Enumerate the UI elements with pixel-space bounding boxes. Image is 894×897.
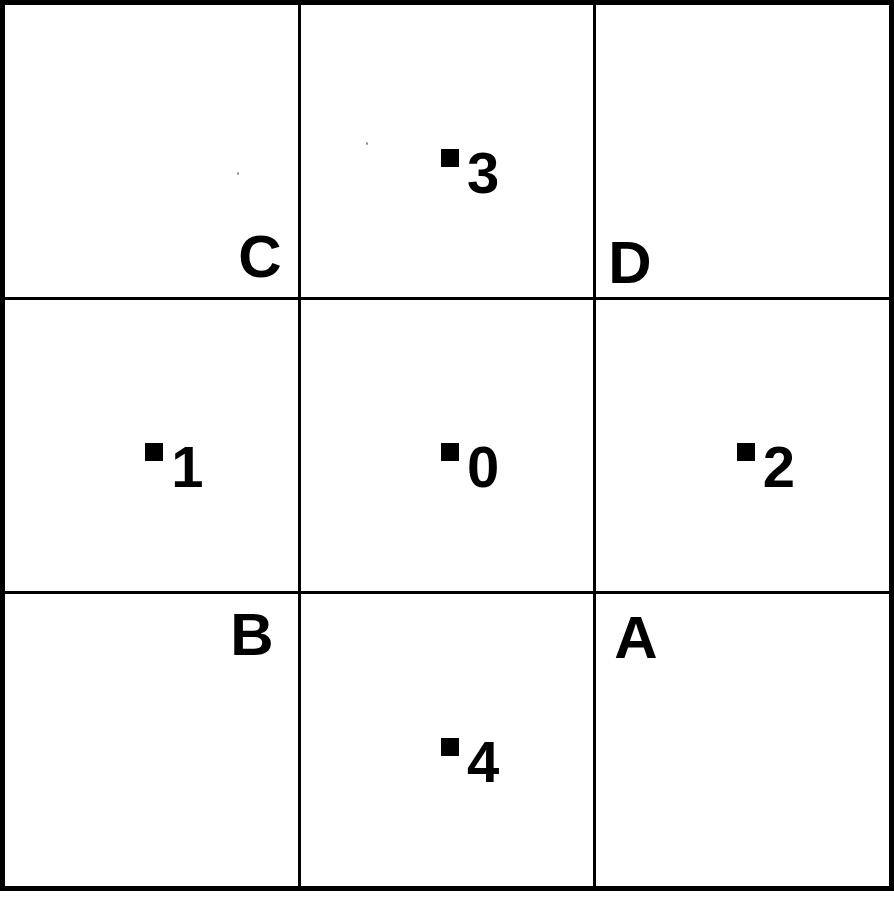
cell-r2c0[interactable]: B bbox=[5, 594, 298, 886]
corner-label-a: A bbox=[614, 608, 657, 668]
point-square-icon bbox=[737, 443, 755, 461]
cell-r1c0[interactable]: 1 bbox=[5, 300, 298, 592]
cell-r1c1[interactable]: 0 bbox=[301, 300, 594, 592]
point-marker-4: 4 bbox=[441, 738, 499, 791]
point-marker-3: 3 bbox=[441, 149, 499, 202]
point-number: 1 bbox=[171, 438, 203, 496]
point-square-icon bbox=[145, 443, 163, 461]
cell-r2c2[interactable]: A bbox=[596, 594, 889, 886]
grid-board: C 3 D 1 0 2 B 4 bbox=[0, 0, 894, 891]
speck-dot bbox=[366, 142, 368, 145]
point-square-icon bbox=[441, 443, 459, 461]
corner-label-c: C bbox=[238, 227, 281, 287]
cell-r0c0[interactable]: C bbox=[5, 5, 298, 297]
speck-dot bbox=[237, 172, 239, 175]
point-number: 3 bbox=[467, 144, 499, 202]
point-marker-2: 2 bbox=[737, 443, 795, 496]
point-number: 4 bbox=[467, 733, 499, 791]
cell-r2c1[interactable]: 4 bbox=[301, 594, 594, 886]
point-number: 2 bbox=[763, 438, 795, 496]
point-square-icon bbox=[441, 149, 459, 167]
point-square-icon bbox=[441, 738, 459, 756]
cell-r0c2[interactable]: D bbox=[596, 5, 889, 297]
point-marker-0: 0 bbox=[441, 443, 499, 496]
corner-label-d: D bbox=[608, 233, 651, 293]
cell-r0c1[interactable]: 3 bbox=[301, 5, 594, 297]
cell-r1c2[interactable]: 2 bbox=[596, 300, 889, 592]
corner-label-b: B bbox=[230, 605, 273, 665]
point-marker-1: 1 bbox=[145, 443, 203, 496]
point-number: 0 bbox=[467, 438, 499, 496]
